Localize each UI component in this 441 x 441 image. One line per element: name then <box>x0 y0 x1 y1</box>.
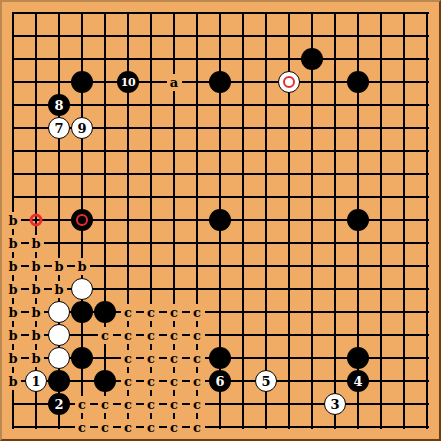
stone-black <box>71 301 94 324</box>
point-label-text: b <box>29 235 44 252</box>
black-stone <box>71 347 93 369</box>
point-label: b <box>25 278 48 301</box>
stone-white <box>48 347 71 370</box>
empty-point-marker <box>25 209 48 232</box>
point-label-text: c <box>121 419 136 436</box>
point-label: c <box>140 301 163 324</box>
point-label-text: b <box>6 304 21 321</box>
stone-white <box>71 278 94 301</box>
point-label-text: c <box>190 396 205 413</box>
point-label: c <box>163 416 186 439</box>
point-label-text: c <box>190 350 205 367</box>
point-label: b <box>48 255 71 278</box>
point-label-text: b <box>75 258 90 275</box>
point-label: b <box>2 324 25 347</box>
point-label: c <box>186 416 209 439</box>
stone-black <box>347 209 370 232</box>
point-label-text: b <box>29 350 44 367</box>
point-label-text: c <box>190 419 205 436</box>
stone-black <box>347 347 370 370</box>
black-stone: 10 <box>117 71 139 93</box>
black-stone <box>71 301 93 323</box>
circle-marker <box>283 76 295 88</box>
stone-black <box>71 347 94 370</box>
point-label: b <box>25 324 48 347</box>
point-label: c <box>117 370 140 393</box>
point-label: c <box>117 416 140 439</box>
stone-black <box>71 209 94 232</box>
point-label: c <box>140 324 163 347</box>
point-label: c <box>186 324 209 347</box>
point-label: c <box>71 393 94 416</box>
stone-white: 3 <box>324 393 347 416</box>
stone-black: 4 <box>347 370 370 393</box>
white-stone: 3 <box>324 393 346 415</box>
white-stone <box>71 278 93 300</box>
black-stone <box>347 209 369 231</box>
point-label-text: b <box>6 327 21 344</box>
point-label-text: c <box>98 396 113 413</box>
white-stone: 7 <box>48 117 70 139</box>
point-label: c <box>163 324 186 347</box>
point-label: c <box>140 393 163 416</box>
point-label: a <box>163 71 186 94</box>
point-label: c <box>117 301 140 324</box>
stone-white <box>278 71 301 94</box>
point-label: b <box>2 278 25 301</box>
point-label-text: c <box>167 350 182 367</box>
point-label-text: c <box>144 419 159 436</box>
point-label: b <box>2 301 25 324</box>
point-label-text: c <box>144 396 159 413</box>
stone-white <box>48 301 71 324</box>
point-label: c <box>163 393 186 416</box>
point-label-text: a <box>167 74 182 91</box>
black-stone <box>347 347 369 369</box>
point-label: c <box>117 393 140 416</box>
point-label-text: c <box>75 396 90 413</box>
point-label-text: c <box>121 373 136 390</box>
point-label: c <box>163 370 186 393</box>
point-label-text: b <box>29 258 44 275</box>
point-label: b <box>25 301 48 324</box>
point-label: c <box>71 416 94 439</box>
point-label: b <box>2 370 25 393</box>
point-label: c <box>163 301 186 324</box>
white-stone: 1 <box>25 370 47 392</box>
black-stone: 2 <box>48 393 70 415</box>
black-stone <box>347 71 369 93</box>
point-label-text: c <box>75 419 90 436</box>
point-label: c <box>140 416 163 439</box>
point-label-text: b <box>29 327 44 344</box>
point-label-text: c <box>121 327 136 344</box>
point-label: c <box>94 416 117 439</box>
point-label-text: b <box>6 281 21 298</box>
stone-black: 6 <box>209 370 232 393</box>
black-stone <box>209 347 231 369</box>
circle-marker <box>76 214 88 226</box>
point-label-text: c <box>190 304 205 321</box>
point-label: b <box>71 255 94 278</box>
point-label: c <box>94 324 117 347</box>
point-label-text: b <box>29 281 44 298</box>
point-label-text: c <box>167 304 182 321</box>
point-label: c <box>163 347 186 370</box>
stone-black: 8 <box>48 94 71 117</box>
point-label: c <box>117 347 140 370</box>
stone-black <box>209 347 232 370</box>
point-label-text: b <box>52 258 67 275</box>
white-stone <box>48 324 70 346</box>
point-label: b <box>25 347 48 370</box>
point-label: b <box>2 232 25 255</box>
point-label-text: c <box>144 350 159 367</box>
stone-black <box>71 71 94 94</box>
black-stone <box>94 370 116 392</box>
black-stone <box>94 301 116 323</box>
point-label: b <box>2 209 25 232</box>
point-label-text: c <box>144 327 159 344</box>
point-label-text: b <box>6 373 21 390</box>
point-label: b <box>25 232 48 255</box>
stone-black <box>94 301 117 324</box>
white-stone: 9 <box>71 117 93 139</box>
black-stone <box>301 48 323 70</box>
point-label-text: c <box>167 373 182 390</box>
stone-white: 7 <box>48 117 71 140</box>
point-label: c <box>186 347 209 370</box>
stone-black <box>209 71 232 94</box>
black-stone: 6 <box>209 370 231 392</box>
point-label-text: b <box>6 235 21 252</box>
point-label: c <box>140 347 163 370</box>
stone-white: 5 <box>255 370 278 393</box>
white-stone <box>48 347 70 369</box>
point-label-text: c <box>98 419 113 436</box>
stone-black <box>347 71 370 94</box>
point-label-text: c <box>144 304 159 321</box>
stone-black <box>48 370 71 393</box>
stone-white <box>48 324 71 347</box>
point-label-text: c <box>121 350 136 367</box>
circle-marker <box>30 214 43 227</box>
stone-black <box>94 370 117 393</box>
black-stone <box>48 370 70 392</box>
stone-white: 9 <box>71 117 94 140</box>
white-stone: 5 <box>255 370 277 392</box>
point-label-text: c <box>190 327 205 344</box>
point-label-text: c <box>98 327 113 344</box>
point-label-text: b <box>52 281 67 298</box>
point-label: b <box>25 255 48 278</box>
point-label: c <box>140 370 163 393</box>
point-label-text: c <box>121 304 136 321</box>
point-label-text: c <box>144 373 159 390</box>
point-label-text: c <box>167 396 182 413</box>
point-label: c <box>117 324 140 347</box>
point-label-text: b <box>6 258 21 275</box>
point-label: c <box>94 393 117 416</box>
point-label-text: b <box>6 350 21 367</box>
point-label-text: c <box>121 396 136 413</box>
point-label: c <box>186 370 209 393</box>
white-stone <box>278 71 300 93</box>
board-points: abbbbbbbbbbbbbbbbbcccccccccccccccccccccc… <box>2 2 439 439</box>
point-label-text: b <box>6 212 21 229</box>
stone-white: 1 <box>25 370 48 393</box>
point-label-text: b <box>29 304 44 321</box>
stone-black <box>301 48 324 71</box>
go-board: abbbbbbbbbbbbbbbbbcccccccccccccccccccccc… <box>0 0 441 441</box>
stone-black: 10 <box>117 71 140 94</box>
point-label: b <box>2 255 25 278</box>
black-stone <box>209 71 231 93</box>
black-stone: 4 <box>347 370 369 392</box>
point-label-text: c <box>167 419 182 436</box>
black-stone <box>71 209 93 231</box>
black-stone <box>71 71 93 93</box>
point-label: c <box>186 393 209 416</box>
white-stone <box>48 301 70 323</box>
point-label: b <box>2 347 25 370</box>
black-stone: 8 <box>48 94 70 116</box>
stone-black <box>209 209 232 232</box>
stone-black: 2 <box>48 393 71 416</box>
point-label: b <box>48 278 71 301</box>
point-label-text: c <box>167 327 182 344</box>
black-stone <box>209 209 231 231</box>
point-label: c <box>186 301 209 324</box>
point-label-text: c <box>190 373 205 390</box>
